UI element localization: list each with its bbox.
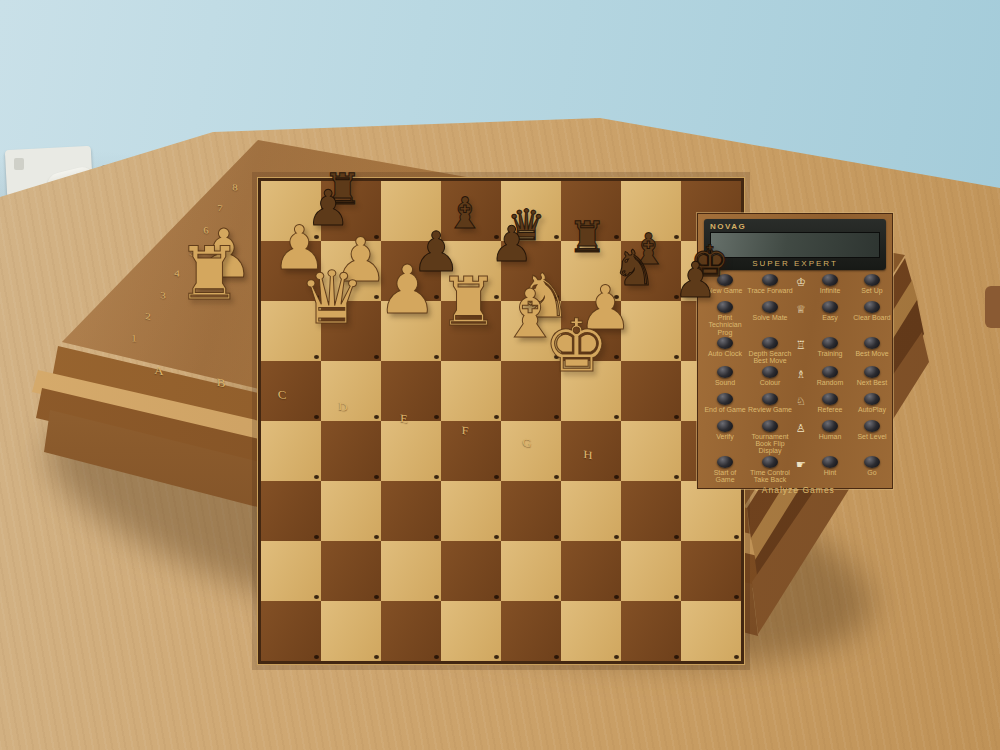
file-label-a: A bbox=[155, 363, 164, 378]
key-set-level[interactable]: Set Level bbox=[852, 420, 892, 455]
square-a3[interactable] bbox=[261, 481, 321, 541]
piece-symbol-icon-2: ♖ bbox=[794, 337, 808, 365]
key-label: Random bbox=[817, 379, 843, 386]
key-random[interactable]: Random bbox=[808, 366, 852, 392]
key-dome-icon[interactable] bbox=[717, 337, 733, 349]
key-dome-icon[interactable] bbox=[822, 337, 838, 349]
key-label: Verify bbox=[716, 433, 734, 440]
key-colour[interactable]: Colour bbox=[746, 366, 794, 392]
file-label-h: H bbox=[583, 447, 592, 462]
key-sound[interactable]: Sound bbox=[704, 366, 746, 392]
key-dome-icon[interactable] bbox=[864, 420, 880, 432]
key-dome-icon[interactable] bbox=[822, 420, 838, 432]
key-dome-icon[interactable] bbox=[762, 301, 778, 313]
square-h1[interactable] bbox=[681, 601, 741, 661]
key-set-up[interactable]: Set Up bbox=[852, 274, 892, 300]
key-label: Print Technician Prog bbox=[704, 314, 746, 336]
piece-symbol-icon-3: ♗ bbox=[794, 366, 808, 392]
furniture-edge bbox=[985, 286, 1000, 328]
key-dome-icon[interactable] bbox=[822, 301, 838, 313]
piece-white-king-g3[interactable]: ♚ bbox=[544, 309, 609, 382]
key-dome-icon[interactable] bbox=[762, 420, 778, 432]
key-review-game[interactable]: Review Game bbox=[746, 393, 794, 419]
square-c4[interactable] bbox=[381, 421, 441, 481]
key-label: Easy bbox=[822, 314, 838, 321]
key-dome-icon[interactable] bbox=[762, 456, 778, 468]
rank-label-3: 3 bbox=[160, 289, 166, 300]
key-label: Set Up bbox=[861, 287, 882, 294]
key-label: Auto Clock bbox=[708, 350, 742, 357]
analyze-games-label: Analyze Games bbox=[704, 485, 886, 495]
file-label-b: B bbox=[216, 376, 225, 391]
square-a4[interactable] bbox=[261, 421, 321, 481]
key-best-move[interactable]: Best Move bbox=[852, 337, 892, 365]
key-label: Start of Game bbox=[704, 469, 746, 484]
square-a5[interactable] bbox=[261, 361, 321, 421]
scene: ABCDEFGH12345678 NOVAG SUPER EXPERT New … bbox=[0, 0, 1000, 750]
piece-white-queen-c3[interactable]: ♛ bbox=[299, 261, 364, 334]
key-depth-search-best-move[interactable]: Depth Search Best Move bbox=[746, 337, 794, 365]
key-label: Hint bbox=[824, 469, 836, 476]
square-d2[interactable] bbox=[441, 541, 501, 601]
lcd-screen bbox=[710, 232, 880, 258]
piece-symbol-icon-6: ☛ bbox=[794, 456, 808, 484]
square-f3[interactable] bbox=[561, 481, 621, 541]
rank-label-7: 7 bbox=[218, 203, 224, 214]
key-solve-mate[interactable]: Solve Mate bbox=[746, 301, 794, 336]
square-e1[interactable] bbox=[501, 601, 561, 661]
key-dome-icon[interactable] bbox=[717, 456, 733, 468]
key-easy[interactable]: Easy bbox=[808, 301, 852, 336]
square-g5[interactable] bbox=[621, 361, 681, 421]
key-infinite[interactable]: Infinite bbox=[808, 274, 852, 300]
key-dome-icon[interactable] bbox=[717, 393, 733, 405]
square-d4[interactable] bbox=[441, 421, 501, 481]
square-a2[interactable] bbox=[261, 541, 321, 601]
file-label-g: G bbox=[522, 435, 531, 450]
key-label: Training bbox=[817, 350, 842, 357]
key-dome-icon[interactable] bbox=[864, 366, 880, 378]
model-label: SUPER EXPERT bbox=[710, 259, 880, 268]
key-label: Time Control Take Back bbox=[747, 469, 793, 484]
key-dome-icon[interactable] bbox=[864, 274, 880, 286]
key-label: Clear Board bbox=[853, 314, 890, 321]
square-c5[interactable] bbox=[381, 361, 441, 421]
file-label-c: C bbox=[277, 388, 286, 403]
key-dome-icon[interactable] bbox=[717, 420, 733, 432]
piece-symbol-icon-0: ♔ bbox=[794, 274, 808, 300]
rank-label-2: 2 bbox=[146, 311, 152, 322]
square-d5[interactable] bbox=[441, 361, 501, 421]
key-label: Infinite bbox=[820, 287, 841, 294]
square-b5[interactable] bbox=[321, 361, 381, 421]
brand-label: NOVAG bbox=[710, 222, 880, 231]
piece-white-rook-e4[interactable]: ♜ bbox=[439, 269, 499, 336]
key-human[interactable]: Human bbox=[808, 420, 852, 455]
piece-symbol-icon-5: ♙ bbox=[794, 420, 808, 455]
square-c3[interactable] bbox=[381, 481, 441, 541]
piece-black-pawn-h7[interactable]: ♟ bbox=[673, 256, 717, 305]
piece-symbol-icon-1: ♕ bbox=[794, 301, 808, 336]
key-auto-clock[interactable]: Auto Clock bbox=[704, 337, 746, 365]
key-label: Sound bbox=[715, 379, 735, 386]
key-trace-forward[interactable]: Trace Forward bbox=[746, 274, 794, 300]
key-dome-icon[interactable] bbox=[762, 337, 778, 349]
key-dome-icon[interactable] bbox=[864, 337, 880, 349]
square-f2[interactable] bbox=[561, 541, 621, 601]
key-label: Tournament Book Flip Display bbox=[747, 433, 793, 455]
key-label: Solve Mate bbox=[752, 314, 787, 321]
key-verify[interactable]: Verify bbox=[704, 420, 746, 455]
key-label: Best Move bbox=[855, 350, 888, 357]
piece-symbol-icon-4: ♘ bbox=[794, 393, 808, 419]
key-training[interactable]: Training bbox=[808, 337, 852, 365]
key-label: Set Level bbox=[857, 433, 886, 440]
key-referee[interactable]: Referee bbox=[808, 393, 852, 419]
key-label: Go bbox=[867, 469, 876, 476]
key-dome-icon[interactable] bbox=[864, 301, 880, 313]
square-g3[interactable] bbox=[621, 481, 681, 541]
key-label: Human bbox=[819, 433, 842, 440]
square-h2[interactable] bbox=[681, 541, 741, 601]
key-label: Trace Forward bbox=[747, 287, 792, 294]
piece-black-rook-f8[interactable]: ♜ bbox=[568, 216, 607, 259]
key-go[interactable]: Go bbox=[852, 456, 892, 484]
key-label: Depth Search Best Move bbox=[747, 350, 793, 365]
square-f1[interactable] bbox=[561, 601, 621, 661]
socket-switch-icon bbox=[14, 158, 24, 170]
square-c1[interactable] bbox=[381, 601, 441, 661]
square-e4[interactable] bbox=[501, 421, 561, 481]
key-label: Next Best bbox=[857, 379, 887, 386]
key-start-of-game[interactable]: Start of Game bbox=[704, 456, 746, 484]
file-label-d: D bbox=[338, 399, 347, 414]
square-e2[interactable] bbox=[501, 541, 561, 601]
piece-white-pawn-d4[interactable]: ♟ bbox=[377, 257, 437, 324]
key-label: Referee bbox=[818, 406, 843, 413]
key-dome-icon[interactable] bbox=[717, 366, 733, 378]
key-tournament-book-flip-display[interactable]: Tournament Book Flip Display bbox=[746, 420, 794, 455]
square-b3[interactable] bbox=[321, 481, 381, 541]
button-grid: New GameTrace Forward♔InfiniteSet UpPrin… bbox=[704, 274, 886, 483]
key-label: End of Game bbox=[704, 406, 745, 413]
key-dome-icon[interactable] bbox=[762, 366, 778, 378]
piece-white-rook-a3[interactable]: ♜ bbox=[177, 237, 242, 310]
key-dome-icon[interactable] bbox=[822, 393, 838, 405]
key-label: Review Game bbox=[748, 406, 792, 413]
key-dome-icon[interactable] bbox=[762, 274, 778, 286]
key-dome-icon[interactable] bbox=[822, 274, 838, 286]
rank-label-1: 1 bbox=[131, 332, 137, 343]
square-d1[interactable] bbox=[441, 601, 501, 661]
square-b4[interactable] bbox=[321, 421, 381, 481]
key-dome-icon[interactable] bbox=[864, 393, 880, 405]
file-label-f: F bbox=[462, 424, 469, 439]
lcd-bezel: NOVAG SUPER EXPERT bbox=[704, 219, 886, 270]
key-dome-icon[interactable] bbox=[822, 456, 838, 468]
square-e3[interactable] bbox=[501, 481, 561, 541]
key-dome-icon[interactable] bbox=[762, 393, 778, 405]
file-label-e: E bbox=[400, 412, 408, 427]
key-next-best[interactable]: Next Best bbox=[852, 366, 892, 392]
square-g4[interactable] bbox=[621, 421, 681, 481]
key-dome-icon[interactable] bbox=[822, 366, 838, 378]
key-autoplay[interactable]: AutoPlay bbox=[852, 393, 892, 419]
key-clear-board[interactable]: Clear Board bbox=[852, 301, 892, 336]
square-d3[interactable] bbox=[441, 481, 501, 541]
key-dome-icon[interactable] bbox=[717, 301, 733, 313]
rank-label-8: 8 bbox=[232, 181, 238, 192]
key-label: Colour bbox=[760, 379, 781, 386]
square-g2[interactable] bbox=[621, 541, 681, 601]
key-dome-icon[interactable] bbox=[864, 456, 880, 468]
square-a1[interactable] bbox=[261, 601, 321, 661]
square-b1[interactable] bbox=[321, 601, 381, 661]
key-time-control-take-back[interactable]: Time Control Take Back bbox=[746, 456, 794, 484]
square-g1[interactable] bbox=[621, 601, 681, 661]
square-c2[interactable] bbox=[381, 541, 441, 601]
key-end-of-game[interactable]: End of Game bbox=[704, 393, 746, 419]
key-hint[interactable]: Hint bbox=[808, 456, 852, 484]
key-label: AutoPlay bbox=[858, 406, 886, 413]
square-b2[interactable] bbox=[321, 541, 381, 601]
